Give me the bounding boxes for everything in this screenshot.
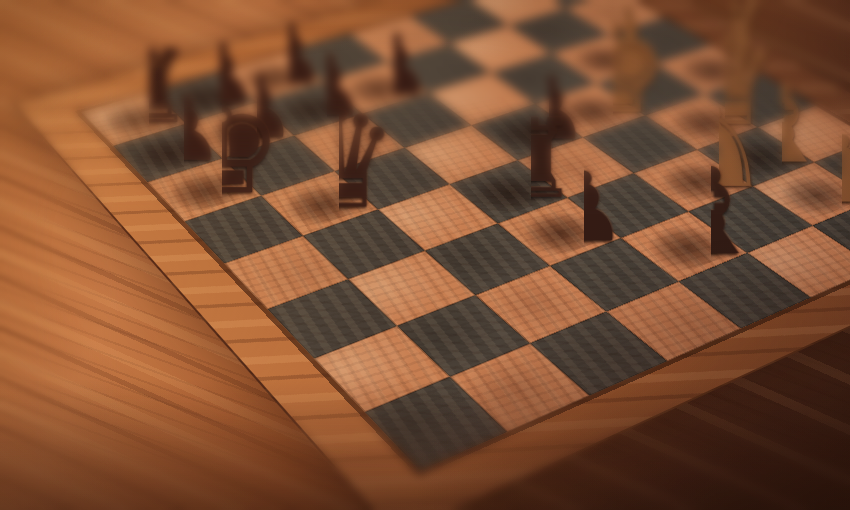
board-wood-frame: ♜♟♟♟♟♟♟♚♟♛♟♚♜♜♛♟♞♝♝♟ xyxy=(13,0,850,510)
square-f3: ♞ xyxy=(634,150,753,212)
square-h7 xyxy=(566,0,665,35)
depth-of-field-blur-left xyxy=(0,0,119,510)
chess-board-grid: ♜♟♟♟♟♟♟♚♟♛♟♚♜♜♛♟♞♝♝♟ xyxy=(81,0,850,471)
photo-scene: ♜♟♟♟♟♟♟♚♟♛♟♚♜♜♛♟♞♝♝♟ xyxy=(0,0,850,510)
piece-shadow xyxy=(546,89,638,133)
chess-board-3d: ♜♟♟♟♟♟♟♚♟♛♟♚♜♜♛♟♞♝♝♟ xyxy=(13,0,850,510)
